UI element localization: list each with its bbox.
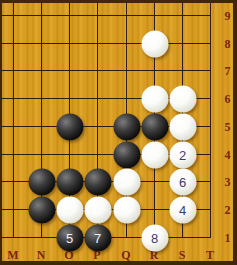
row-label-4: 4 xyxy=(225,149,231,161)
column-label-S: S xyxy=(179,249,186,261)
move-number-8: 8 xyxy=(151,231,158,244)
move-number-6: 6 xyxy=(179,175,186,188)
row-label-7: 7 xyxy=(225,65,231,77)
black-stone-O1[interactable]: 5 xyxy=(56,224,83,251)
white-stone-O2[interactable] xyxy=(56,196,83,223)
horizontal-gridline-7 xyxy=(2,70,211,71)
go-diagram: MNOPQRST987654321264578 xyxy=(0,0,237,265)
white-stone-S6[interactable] xyxy=(169,85,196,112)
white-stone-Q3[interactable] xyxy=(113,168,140,195)
black-stone-N2[interactable] xyxy=(28,196,55,223)
white-stone-Q2[interactable] xyxy=(113,196,140,223)
row-label-2: 2 xyxy=(225,204,231,216)
white-stone-R6[interactable] xyxy=(141,85,168,112)
column-label-Q: Q xyxy=(121,249,130,261)
move-number-5: 5 xyxy=(66,231,73,244)
row-label-5: 5 xyxy=(225,121,231,133)
black-stone-N3[interactable] xyxy=(28,168,55,195)
white-stone-R4[interactable] xyxy=(141,141,168,168)
vertical-gridline-T xyxy=(210,3,211,238)
white-stone-R8[interactable] xyxy=(141,30,168,57)
column-label-M: M xyxy=(7,249,18,261)
black-stone-O3[interactable] xyxy=(56,168,83,195)
row-label-6: 6 xyxy=(225,93,231,105)
white-stone-R1[interactable]: 8 xyxy=(141,224,168,251)
row-label-9: 9 xyxy=(225,10,231,22)
black-stone-P1[interactable]: 7 xyxy=(84,224,111,251)
move-number-2: 2 xyxy=(179,148,186,161)
white-stone-S2[interactable]: 4 xyxy=(169,196,196,223)
vertical-gridline-M xyxy=(13,3,14,238)
black-stone-Q5[interactable] xyxy=(113,113,140,140)
column-label-T: T xyxy=(206,249,214,261)
column-label-N: N xyxy=(37,249,46,261)
horizontal-gridline-8 xyxy=(2,43,211,44)
black-stone-P3[interactable] xyxy=(84,168,111,195)
black-stone-Q4[interactable] xyxy=(113,141,140,168)
white-stone-S3[interactable]: 6 xyxy=(169,168,196,195)
row-label-1: 1 xyxy=(225,232,231,244)
white-stone-S5[interactable] xyxy=(169,113,196,140)
black-stone-O5[interactable] xyxy=(56,113,83,140)
row-label-3: 3 xyxy=(225,176,231,188)
move-number-7: 7 xyxy=(94,231,101,244)
horizontal-gridline-9 xyxy=(2,15,211,16)
move-number-4: 4 xyxy=(179,203,186,216)
white-stone-P2[interactable] xyxy=(84,196,111,223)
black-stone-R5[interactable] xyxy=(141,113,168,140)
white-stone-S4[interactable]: 2 xyxy=(169,141,196,168)
row-label-8: 8 xyxy=(225,38,231,50)
